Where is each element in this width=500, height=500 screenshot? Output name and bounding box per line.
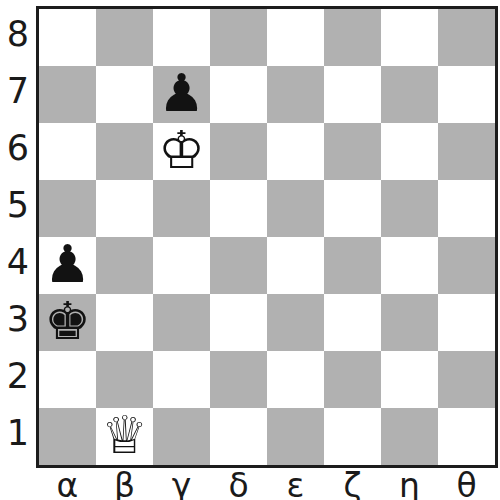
file-label-β: β <box>96 468 153 500</box>
square-β1[interactable]: ♕ <box>96 408 153 465</box>
rank-label-6: 6 <box>0 120 36 177</box>
square-α7[interactable] <box>39 66 96 123</box>
rank-label-2: 2 <box>0 348 36 405</box>
square-α8[interactable] <box>39 9 96 66</box>
square-α6[interactable] <box>39 123 96 180</box>
black-pawn: ♟ <box>44 238 91 290</box>
file-label-η: η <box>381 468 438 500</box>
square-ζ5[interactable] <box>324 180 381 237</box>
square-η3[interactable] <box>381 294 438 351</box>
square-δ5[interactable] <box>210 180 267 237</box>
square-δ8[interactable] <box>210 9 267 66</box>
square-β8[interactable] <box>96 9 153 66</box>
square-θ3[interactable] <box>438 294 495 351</box>
square-δ6[interactable] <box>210 123 267 180</box>
square-η7[interactable] <box>381 66 438 123</box>
square-γ3[interactable] <box>153 294 210 351</box>
square-β6[interactable] <box>96 123 153 180</box>
square-β3[interactable] <box>96 294 153 351</box>
square-η8[interactable] <box>381 9 438 66</box>
square-γ7[interactable]: ♟ <box>153 66 210 123</box>
square-ε4[interactable] <box>267 237 324 294</box>
board-and-ranks: 87654321 ♟♔♟♚♕ <box>0 6 500 468</box>
square-δ4[interactable] <box>210 237 267 294</box>
rank-label-5: 5 <box>0 177 36 234</box>
square-η2[interactable] <box>381 351 438 408</box>
square-ζ3[interactable] <box>324 294 381 351</box>
square-γ5[interactable] <box>153 180 210 237</box>
chess-diagram: 87654321 ♟♔♟♚♕ αβγδεζηθ <box>0 0 500 500</box>
white-queen: ♕ <box>101 409 148 461</box>
rank-label-4: 4 <box>0 234 36 291</box>
square-η6[interactable] <box>381 123 438 180</box>
black-pawn: ♟ <box>158 67 205 119</box>
square-θ8[interactable] <box>438 9 495 66</box>
square-ε3[interactable] <box>267 294 324 351</box>
square-θ7[interactable] <box>438 66 495 123</box>
square-η1[interactable] <box>381 408 438 465</box>
square-γ8[interactable] <box>153 9 210 66</box>
square-θ2[interactable] <box>438 351 495 408</box>
rank-label-8: 8 <box>0 6 36 63</box>
square-α4[interactable]: ♟ <box>39 237 96 294</box>
square-ζ1[interactable] <box>324 408 381 465</box>
square-ζ2[interactable] <box>324 351 381 408</box>
square-δ1[interactable] <box>210 408 267 465</box>
square-α5[interactable] <box>39 180 96 237</box>
board: ♟♔♟♚♕ <box>36 6 498 468</box>
rank-label-1: 1 <box>0 405 36 462</box>
square-β2[interactable] <box>96 351 153 408</box>
square-α1[interactable] <box>39 408 96 465</box>
rank-label-3: 3 <box>0 291 36 348</box>
square-ε7[interactable] <box>267 66 324 123</box>
file-label-θ: θ <box>438 468 495 500</box>
square-ζ7[interactable] <box>324 66 381 123</box>
file-labels: αβγδεζηθ <box>39 468 495 500</box>
square-γ4[interactable] <box>153 237 210 294</box>
file-label-δ: δ <box>210 468 267 500</box>
square-ζ6[interactable] <box>324 123 381 180</box>
square-ε8[interactable] <box>267 9 324 66</box>
black-king: ♚ <box>44 295 91 347</box>
rank-labels: 87654321 <box>0 6 36 462</box>
file-label-γ: γ <box>153 468 210 500</box>
white-king: ♔ <box>158 124 205 176</box>
square-γ2[interactable] <box>153 351 210 408</box>
square-η5[interactable] <box>381 180 438 237</box>
square-γ1[interactable] <box>153 408 210 465</box>
square-ε6[interactable] <box>267 123 324 180</box>
square-ε1[interactable] <box>267 408 324 465</box>
square-δ3[interactable] <box>210 294 267 351</box>
rank-label-7: 7 <box>0 63 36 120</box>
square-θ6[interactable] <box>438 123 495 180</box>
file-label-α: α <box>39 468 96 500</box>
square-δ7[interactable] <box>210 66 267 123</box>
square-ζ4[interactable] <box>324 237 381 294</box>
square-β7[interactable] <box>96 66 153 123</box>
square-ε5[interactable] <box>267 180 324 237</box>
square-α3[interactable]: ♚ <box>39 294 96 351</box>
square-η4[interactable] <box>381 237 438 294</box>
square-β5[interactable] <box>96 180 153 237</box>
square-γ6[interactable]: ♔ <box>153 123 210 180</box>
square-ζ8[interactable] <box>324 9 381 66</box>
square-ε2[interactable] <box>267 351 324 408</box>
file-label-ζ: ζ <box>324 468 381 500</box>
square-δ2[interactable] <box>210 351 267 408</box>
square-θ5[interactable] <box>438 180 495 237</box>
square-β4[interactable] <box>96 237 153 294</box>
square-θ4[interactable] <box>438 237 495 294</box>
square-θ1[interactable] <box>438 408 495 465</box>
file-label-ε: ε <box>267 468 324 500</box>
square-α2[interactable] <box>39 351 96 408</box>
